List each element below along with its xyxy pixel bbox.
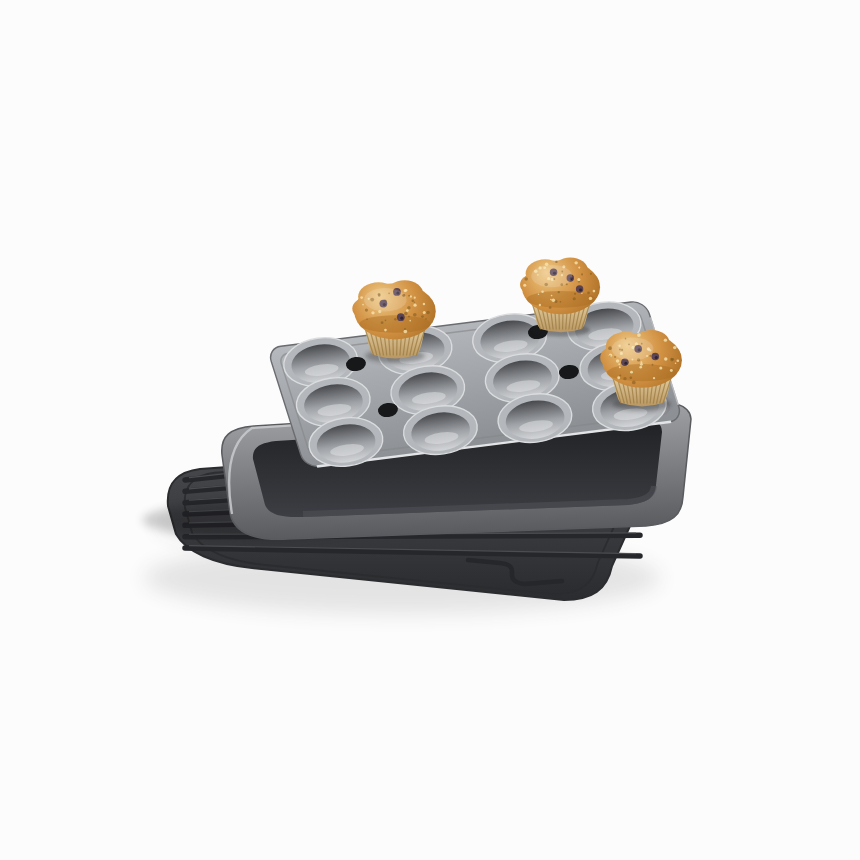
muffin-sheen [531, 265, 572, 287]
muffin-sheen [364, 288, 407, 311]
bakeware-scene [0, 0, 860, 860]
product-photo [0, 0, 860, 860]
muffin-sheen [612, 338, 654, 361]
